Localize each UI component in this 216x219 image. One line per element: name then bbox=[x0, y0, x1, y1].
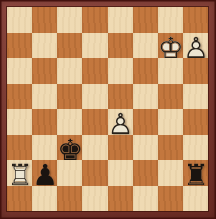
square-b4[interactable] bbox=[32, 109, 57, 135]
piece-black-pawn: ♟ bbox=[32, 160, 57, 186]
square-f7[interactable] bbox=[133, 33, 158, 59]
square-c7[interactable] bbox=[57, 33, 82, 59]
square-d8[interactable] bbox=[82, 7, 107, 33]
square-h3[interactable] bbox=[183, 135, 208, 161]
square-a7[interactable] bbox=[7, 33, 32, 59]
square-f1[interactable] bbox=[133, 186, 158, 212]
piece-white-pawn: ♟♙ bbox=[183, 33, 208, 59]
square-e5[interactable] bbox=[108, 84, 133, 110]
square-a8[interactable] bbox=[7, 7, 32, 33]
piece-black-king: ♚ bbox=[57, 135, 82, 161]
square-b2[interactable]: ♟ bbox=[32, 160, 57, 186]
piece-white-king: ♚♔ bbox=[158, 33, 183, 59]
square-g1[interactable] bbox=[158, 186, 183, 212]
square-a5[interactable] bbox=[7, 84, 32, 110]
square-h4[interactable] bbox=[183, 109, 208, 135]
square-d6[interactable] bbox=[82, 58, 107, 84]
square-d1[interactable] bbox=[82, 186, 107, 212]
square-b1[interactable] bbox=[32, 186, 57, 212]
square-e2[interactable] bbox=[108, 160, 133, 186]
piece-white-pawn: ♟♙ bbox=[108, 109, 133, 135]
square-h5[interactable] bbox=[183, 84, 208, 110]
square-c6[interactable] bbox=[57, 58, 82, 84]
square-c2[interactable] bbox=[57, 160, 82, 186]
square-c3[interactable]: ♚ bbox=[57, 135, 82, 161]
piece-white-rook: ♜♖ bbox=[7, 160, 32, 186]
square-b3[interactable] bbox=[32, 135, 57, 161]
square-e8[interactable] bbox=[108, 7, 133, 33]
square-f3[interactable] bbox=[133, 135, 158, 161]
square-e7[interactable] bbox=[108, 33, 133, 59]
square-a3[interactable] bbox=[7, 135, 32, 161]
square-c8[interactable] bbox=[57, 7, 82, 33]
square-f8[interactable] bbox=[133, 7, 158, 33]
square-c5[interactable] bbox=[57, 84, 82, 110]
square-d3[interactable] bbox=[82, 135, 107, 161]
square-a6[interactable] bbox=[7, 58, 32, 84]
square-f6[interactable] bbox=[133, 58, 158, 84]
square-g2[interactable] bbox=[158, 160, 183, 186]
square-h2[interactable]: ♜ bbox=[183, 160, 208, 186]
square-e4[interactable]: ♟♙ bbox=[108, 109, 133, 135]
square-e3[interactable] bbox=[108, 135, 133, 161]
square-g6[interactable] bbox=[158, 58, 183, 84]
square-b5[interactable] bbox=[32, 84, 57, 110]
square-g7[interactable]: ♚♔ bbox=[158, 33, 183, 59]
square-h6[interactable] bbox=[183, 58, 208, 84]
square-g5[interactable] bbox=[158, 84, 183, 110]
square-f5[interactable] bbox=[133, 84, 158, 110]
square-e6[interactable] bbox=[108, 58, 133, 84]
square-c4[interactable] bbox=[57, 109, 82, 135]
square-h1[interactable] bbox=[183, 186, 208, 212]
square-d2[interactable] bbox=[82, 160, 107, 186]
square-b6[interactable] bbox=[32, 58, 57, 84]
square-h8[interactable] bbox=[183, 7, 208, 33]
square-f2[interactable] bbox=[133, 160, 158, 186]
square-f4[interactable] bbox=[133, 109, 158, 135]
square-d7[interactable] bbox=[82, 33, 107, 59]
square-b8[interactable] bbox=[32, 7, 57, 33]
square-g3[interactable] bbox=[158, 135, 183, 161]
square-d4[interactable] bbox=[82, 109, 107, 135]
square-a4[interactable] bbox=[7, 109, 32, 135]
square-b7[interactable] bbox=[32, 33, 57, 59]
square-d5[interactable] bbox=[82, 84, 107, 110]
chess-board-frame: ♚♔♟♙♟♙♚♜♖♟♜ bbox=[0, 0, 216, 219]
square-a2[interactable]: ♜♖ bbox=[7, 160, 32, 186]
square-e1[interactable] bbox=[108, 186, 133, 212]
piece-black-rook: ♜ bbox=[183, 160, 208, 186]
square-a1[interactable] bbox=[7, 186, 32, 212]
square-h7[interactable]: ♟♙ bbox=[183, 33, 208, 59]
chess-board: ♚♔♟♙♟♙♚♜♖♟♜ bbox=[7, 7, 208, 211]
square-g4[interactable] bbox=[158, 109, 183, 135]
square-g8[interactable] bbox=[158, 7, 183, 33]
square-c1[interactable] bbox=[57, 186, 82, 212]
